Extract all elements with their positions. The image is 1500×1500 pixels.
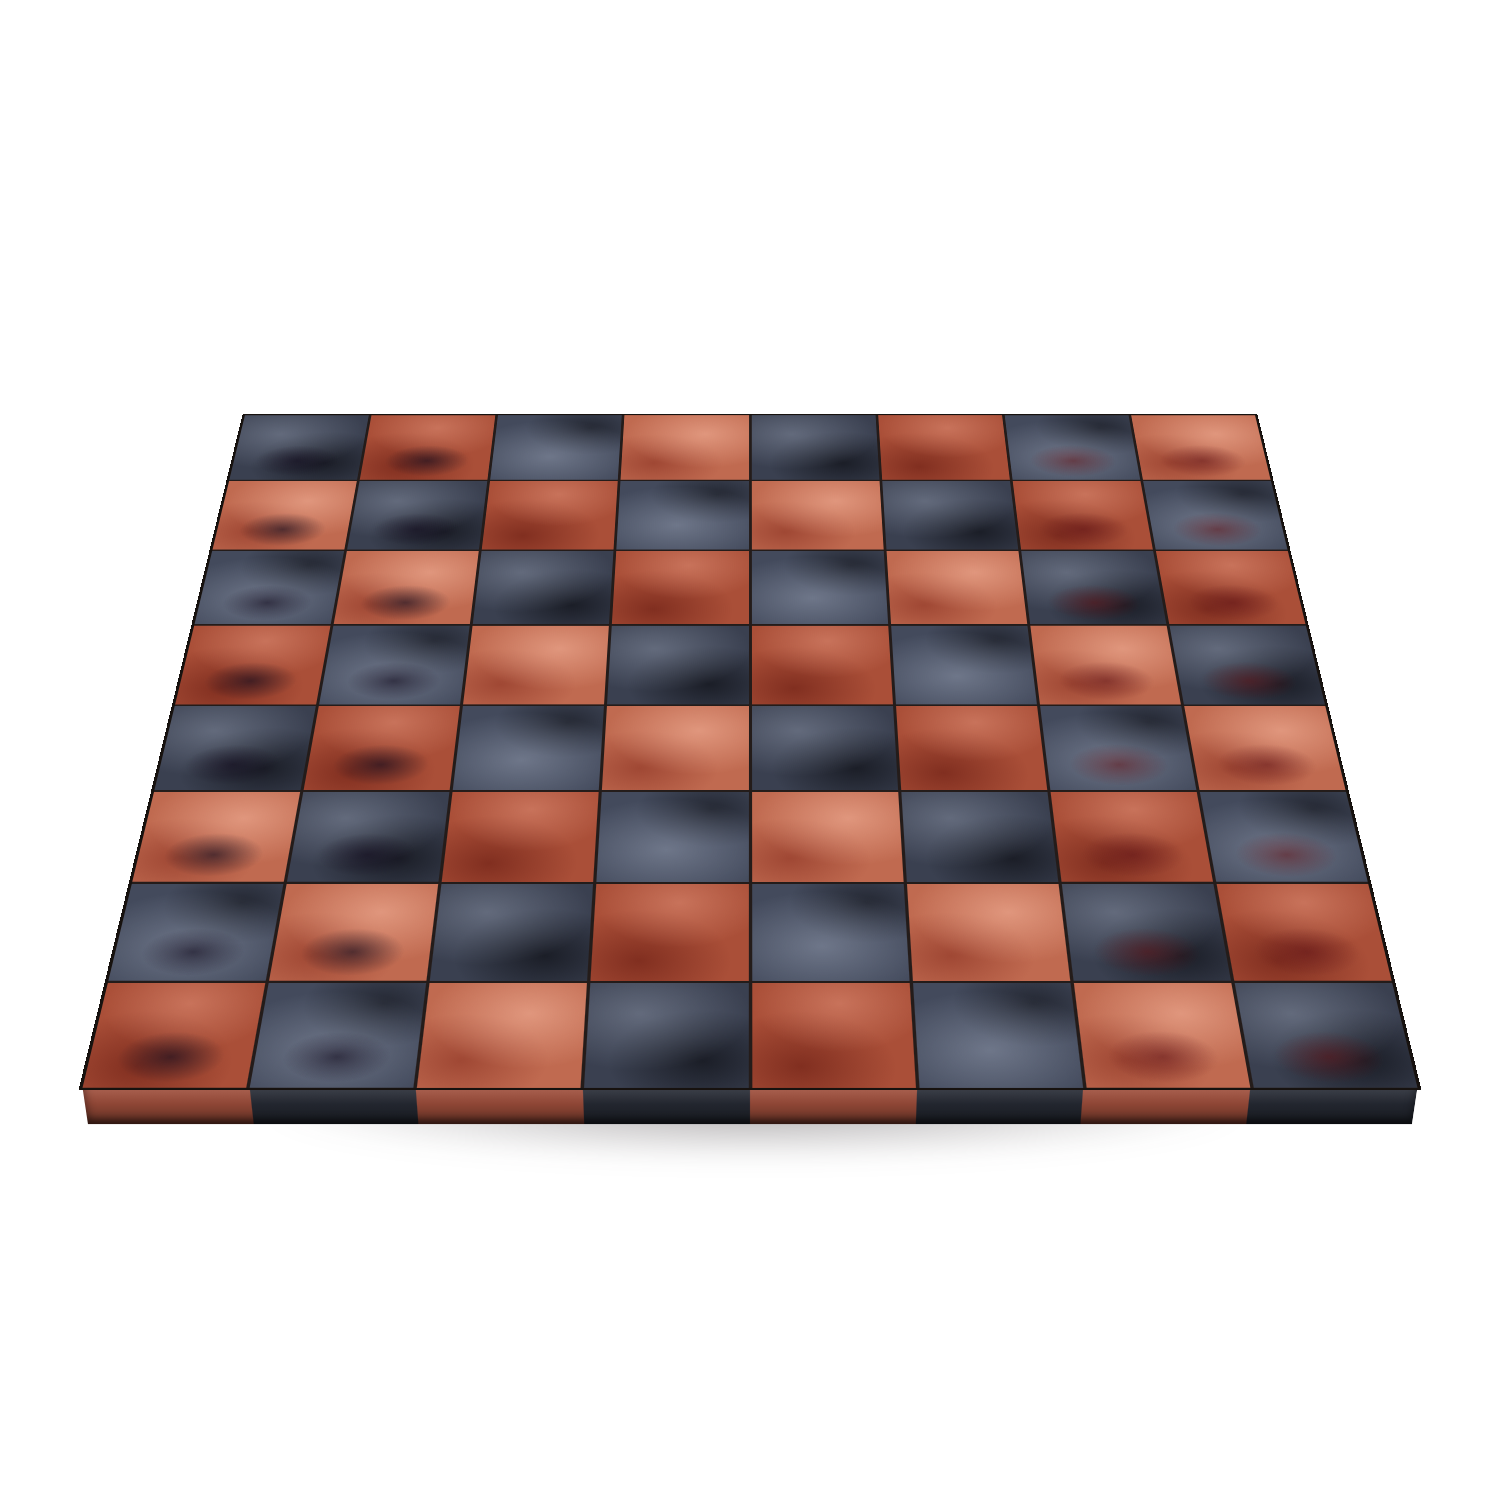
square-b5[interactable] xyxy=(591,884,749,981)
square-e6[interactable] xyxy=(463,626,609,704)
chess-set-photo: ♜♟♟♜♞♟♟♞♝♟♟♝♚♟♟♚♛♟♟♛♝♟♟♝♞♟♟♞♜♟♟♜ xyxy=(0,0,1500,1500)
square-b3[interactable] xyxy=(907,884,1070,981)
square-h4[interactable] xyxy=(751,415,879,479)
square-d5[interactable] xyxy=(602,706,748,790)
square-b4[interactable] xyxy=(752,884,910,981)
pawn-glyph: ♟ xyxy=(1089,776,1237,1056)
square-a4[interactable] xyxy=(752,983,916,1088)
square-f3[interactable] xyxy=(886,551,1027,624)
square-g4[interactable] xyxy=(751,481,883,550)
square-f4[interactable] xyxy=(751,551,887,624)
square-c4[interactable] xyxy=(752,792,904,882)
square-e4[interactable] xyxy=(751,626,892,704)
square-c6[interactable] xyxy=(442,792,599,882)
chess-board: ♜♟♟♜♞♟♟♞♝♟♟♝♚♟♟♚♛♟♟♛♝♟♟♝♞♟♟♞♜♟♟♜ xyxy=(83,415,1418,1088)
square-f6[interactable] xyxy=(473,551,614,624)
square-h3[interactable] xyxy=(878,415,1010,479)
square-a1[interactable]: ♜ xyxy=(1235,983,1418,1088)
rook-glyph: ♜ xyxy=(1225,664,1432,1056)
square-c5[interactable] xyxy=(597,792,749,882)
rook-glyph: ♜ xyxy=(68,664,275,1056)
square-e3[interactable] xyxy=(891,626,1037,704)
square-b6[interactable] xyxy=(430,884,593,981)
pawn-glyph: ♟ xyxy=(263,776,411,1056)
square-d6[interactable] xyxy=(453,706,604,790)
square-g3[interactable] xyxy=(882,481,1018,550)
square-a5[interactable] xyxy=(584,983,748,1088)
square-e5[interactable] xyxy=(607,626,748,704)
square-d4[interactable] xyxy=(752,706,898,790)
board-front-edge xyxy=(83,1088,1418,1124)
square-a8[interactable]: ♜ xyxy=(83,983,266,1088)
square-d3[interactable] xyxy=(896,706,1047,790)
square-a3[interactable] xyxy=(913,983,1083,1088)
square-a6[interactable] xyxy=(417,983,587,1088)
square-h6[interactable] xyxy=(490,415,622,479)
square-a2[interactable]: ♟ xyxy=(1074,983,1251,1088)
square-h5[interactable] xyxy=(621,415,749,479)
square-g5[interactable] xyxy=(617,481,749,550)
square-c3[interactable] xyxy=(901,792,1058,882)
square-g6[interactable] xyxy=(482,481,618,550)
square-f5[interactable] xyxy=(612,551,748,624)
square-a7[interactable]: ♟ xyxy=(250,983,427,1088)
